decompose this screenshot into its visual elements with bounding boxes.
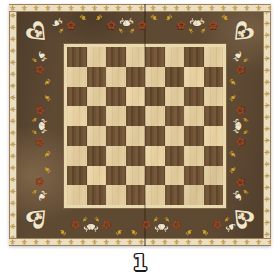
square-r8c4[interactable] [126,185,146,205]
square-r3c8[interactable] [204,87,224,107]
vine-cluster: ❧✿❧❧ [193,13,237,39]
square-r2c1[interactable] [67,67,87,87]
vine-cluster: ❧✿❧❧ [228,158,254,202]
caption-number: 1 [0,251,280,275]
square-r3c2[interactable] [87,87,107,107]
square-r3c4[interactable] [126,87,146,107]
square-r4c8[interactable] [204,106,224,126]
square-r6c4[interactable] [126,146,146,166]
square-r7c2[interactable] [87,166,107,186]
square-r5c1[interactable] [67,126,87,146]
square-r6c8[interactable] [204,146,224,166]
square-r5c5[interactable] [145,126,165,146]
inlay-edge-band-top: ⚜ ⚜ ⚜ ⚜ ⚜ ⚜ ⚜ ⚜ ⚜ ⚜ ⚜ ⚜ ⚜ ⚜ ⚜ ⚜ ⚜ ⚜ ⚜ ⚜ … [9,4,271,12]
square-r8c5[interactable] [145,185,165,205]
inlay-edge-band-right: ⚜ ⚜ ⚜ ⚜ ⚜ ⚜ ⚜ ⚜ ⚜ ⚜ ⚜ ⚜ ⚜ ⚜ ⚜ ⚜ ⚜ ⚜ ⚜ ⚜ … [263,12,271,238]
leaf-icon: ❧ [92,11,105,25]
square-r2c8[interactable] [204,67,224,87]
square-r3c3[interactable] [106,87,126,107]
square-r7c1[interactable] [67,166,87,186]
flower-icon: ✿ [102,218,111,231]
square-r5c6[interactable] [165,126,185,146]
square-r7c5[interactable] [145,166,165,186]
square-r8c7[interactable] [184,185,204,205]
square-r1c4[interactable] [126,47,146,67]
square-r6c1[interactable] [67,146,87,166]
square-r2c6[interactable] [165,67,185,87]
square-r3c5[interactable] [145,87,165,107]
square-r5c8[interactable] [204,126,224,146]
square-r4c2[interactable] [87,106,107,126]
inlay-edge-band-bottom: ⚜ ⚜ ⚜ ⚜ ⚜ ⚜ ⚜ ⚜ ⚜ ⚜ ⚜ ⚜ ⚜ ⚜ ⚜ ⚜ ⚜ ⚜ ⚜ ⚜ … [9,238,271,246]
square-r7c4[interactable] [126,166,146,186]
flower-icon: ✿ [137,19,146,32]
square-r1c5[interactable] [145,47,165,67]
square-r3c7[interactable] [184,87,204,107]
square-r1c7[interactable] [184,47,204,67]
square-r5c3[interactable] [106,126,126,146]
leaf-icon: ❧ [219,11,232,25]
inlay-edge-band-left: ⚜ ⚜ ⚜ ⚜ ⚜ ⚜ ⚜ ⚜ ⚜ ⚜ ⚜ ⚜ ⚜ ⚜ ⚜ ⚜ ⚜ ⚜ ⚜ ⚜ … [9,12,17,238]
caption-text: 1 [133,251,148,275]
vine-cluster: ❧✿❧❧ [193,211,237,237]
square-r7c7[interactable] [184,166,204,186]
flower-icon: ✿ [66,19,75,32]
square-r2c7[interactable] [184,67,204,87]
square-r6c7[interactable] [184,146,204,166]
square-r7c3[interactable] [106,166,126,186]
square-r4c6[interactable] [165,106,185,126]
square-r4c7[interactable] [184,106,204,126]
square-r2c3[interactable] [106,67,126,87]
square-r1c8[interactable] [204,47,224,67]
leaf-icon: ❧ [226,163,240,176]
square-r2c2[interactable] [87,67,107,87]
flower-icon: ✿ [234,137,247,146]
photo-background: ⚜ ⚜ ⚜ ⚜ ⚜ ⚜ ⚜ ⚜ ⚜ ⚜ ⚜ ⚜ ⚜ ⚜ ⚜ ⚜ ⚜ ⚜ ⚜ ⚜ … [0,0,280,280]
square-r1c6[interactable] [165,47,185,67]
square-r7c8[interactable] [204,166,224,186]
square-r6c5[interactable] [145,146,165,166]
square-r6c2[interactable] [87,146,107,166]
leaf-icon: ❧ [162,11,175,25]
leaf-icon: ❧ [226,91,240,104]
flower-icon: ✿ [172,218,181,231]
square-r7c6[interactable] [165,166,185,186]
square-r8c6[interactable] [165,185,185,205]
square-r6c3[interactable] [106,146,126,166]
square-r4c4[interactable] [126,106,146,126]
square-r1c3[interactable] [106,47,126,67]
square-r4c1[interactable] [67,106,87,126]
playing-grid [67,47,223,205]
square-r1c2[interactable] [87,47,107,67]
square-r8c8[interactable] [204,185,224,205]
flower-icon: ✿ [33,65,46,74]
square-r5c7[interactable] [184,126,204,146]
square-r1c1[interactable] [67,47,87,67]
square-r6c6[interactable] [165,146,185,166]
square-r2c5[interactable] [145,67,165,87]
chessboard: ⚜ ⚜ ⚜ ⚜ ⚜ ⚜ ⚜ ⚜ ⚜ ⚜ ⚜ ⚜ ⚜ ⚜ ⚜ ⚜ ⚜ ⚜ ⚜ ⚜ … [9,4,271,246]
square-r3c6[interactable] [165,87,185,107]
square-r8c3[interactable] [106,185,126,205]
square-r5c2[interactable] [87,126,107,146]
square-r5c4[interactable] [126,126,146,146]
square-r2c4[interactable] [126,67,146,87]
square-r4c3[interactable] [106,106,126,126]
square-r4c5[interactable] [145,106,165,126]
flower-icon: ✿ [33,137,46,146]
flower-icon: ✿ [234,65,247,74]
flower-icon: ✿ [208,19,217,32]
square-r8c2[interactable] [87,185,107,205]
square-r3c1[interactable] [67,87,87,107]
square-r8c1[interactable] [67,185,87,205]
playing-grid-frame [63,43,227,209]
vine-cluster: ❧✿❧❧ [26,158,52,202]
